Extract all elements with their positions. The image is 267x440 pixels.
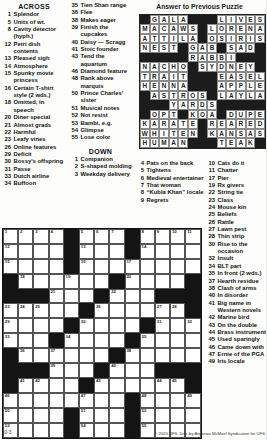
answer-block-r10c12 <box>246 100 256 110</box>
answer-cell-r9c11: Y <box>236 91 246 101</box>
puzzle-cell-r6c7[interactable]: 26 <box>94 303 109 318</box>
clue-text: Pats on the back <box>147 160 206 167</box>
block-cell-r5c2 <box>18 289 33 304</box>
puzzle-cell-r8c8[interactable] <box>109 333 124 348</box>
puzzle-cell-r4c5[interactable]: 19 <box>64 274 79 289</box>
puzzle-cell-r10c9[interactable] <box>125 363 140 378</box>
answer-cell-r12c5: T <box>178 119 188 129</box>
puzzle-cell-r12c10[interactable]: 48 <box>140 393 155 408</box>
puzzle-cell-r4c2[interactable]: 18 <box>18 274 33 289</box>
puzzle-cell-r6c10[interactable] <box>140 303 155 318</box>
answer-cell-r3c3: T <box>159 34 169 44</box>
answer-cell-r1c12: E <box>246 15 256 25</box>
cell-number-30: 30 <box>81 320 86 325</box>
answer-cell-r6c9: D <box>217 62 227 72</box>
puzzle-cell-r7c6[interactable]: 30 <box>79 318 94 333</box>
puzzle-cell-r8c12[interactable] <box>170 333 185 348</box>
answer-cell-r13c13: S <box>255 129 265 139</box>
puzzle-cell-r3c3[interactable] <box>33 259 48 274</box>
block-cell-r10c13 <box>185 363 200 378</box>
puzzle-cell-r5c8[interactable]: 22 <box>109 289 124 304</box>
clue-text: Beliefs <box>218 211 267 218</box>
puzzle-cell-r14c2[interactable] <box>18 423 33 438</box>
answer-block-r4c9 <box>217 43 227 53</box>
puzzle-cell-r1c10[interactable]: 8 <box>140 229 155 244</box>
clue-number: 23 <box>2 136 11 143</box>
puzzle-cell-r9c7[interactable] <box>94 348 109 363</box>
puzzle-cell-r2c8[interactable] <box>109 244 124 259</box>
across-clue-30: 30Bossy's offspring <box>2 158 66 165</box>
answer-block-r9c8 <box>207 91 217 101</box>
puzzle-cell-r8c13[interactable] <box>185 333 200 348</box>
puzzle-cell-r10c10[interactable] <box>140 363 155 378</box>
cell-number-46: 46 <box>5 394 10 399</box>
clue-number: 36 <box>69 9 78 16</box>
block-cell-r12c9 <box>125 393 140 408</box>
clue-number: 43 <box>69 53 78 68</box>
answer-cell-r11c10: D <box>226 110 236 120</box>
answer-cell-r4c7: A <box>198 43 208 53</box>
answer-cell-r2c13: A <box>255 24 265 34</box>
puzzle-cell-r2c2[interactable] <box>18 244 33 259</box>
puzzle-cell-r4c12[interactable] <box>170 274 185 289</box>
puzzle-cell-r5c9[interactable] <box>125 289 140 304</box>
puzzle-cell-r7c8[interactable] <box>109 318 124 333</box>
clue-text: Clash of arms <box>218 285 267 292</box>
puzzle-cell-r6c11[interactable]: 27 <box>155 303 170 318</box>
puzzle-cell-r8c5[interactable]: 34 <box>64 333 79 348</box>
puzzle-cell-r8c6[interactable] <box>79 333 94 348</box>
answer-block-r7c7 <box>198 72 208 82</box>
puzzle-cell-r3c6[interactable]: 16 <box>79 259 94 274</box>
answer-cell-r4c2: E <box>150 43 160 53</box>
answer-cell-r9c3: S <box>159 91 169 101</box>
clue-number: 30 <box>2 158 11 165</box>
puzzle-cell-r11c9[interactable] <box>125 378 140 393</box>
answer-cell-r9c4: T <box>169 91 179 101</box>
answer-cell-r7c11: S <box>236 72 246 82</box>
puzzle-cell-r1c3[interactable]: 3 <box>33 229 48 244</box>
clue-number: 32 <box>206 255 215 262</box>
answer-block-r5c2 <box>150 53 160 63</box>
answer-cell-r6c3: C <box>159 62 169 72</box>
across-clue-list-2: 35Tien Shan range36Flee38Makes eager39Fi… <box>69 2 132 142</box>
block-cell-r11c1 <box>3 378 18 393</box>
puzzle-cell-r4c4[interactable] <box>49 274 64 289</box>
answer-cell-r2c1: M <box>140 24 150 34</box>
answer-cell-r14c1: H <box>140 138 150 148</box>
clue-number: 17 <box>206 175 215 182</box>
puzzle-cell-r3c7[interactable] <box>94 259 109 274</box>
answer-block-r8c7 <box>198 81 208 91</box>
clue-number: 16 <box>2 85 11 100</box>
puzzle-cell-r6c3[interactable]: 25 <box>33 303 48 318</box>
across-clue-21: 21Almost grads <box>2 122 66 129</box>
puzzle-cell-r12c11[interactable] <box>155 393 170 408</box>
clue-text: Brass instrument <box>218 329 267 336</box>
answer-cell-r8c13: E <box>255 81 265 91</box>
puzzle-cell-r1c6[interactable]: 5 <box>79 229 94 244</box>
cell-number-7: 7 <box>111 230 113 235</box>
answer-cell-r4c12: D <box>246 43 256 53</box>
puzzle-cell-r12c7[interactable] <box>94 393 109 408</box>
clue-number: 40 <box>206 292 215 299</box>
puzzle-cell-r12c3[interactable] <box>33 393 48 408</box>
puzzle-cell-r10c4[interactable]: 39 <box>49 363 64 378</box>
puzzle-cell-r13c7[interactable] <box>94 408 109 423</box>
puzzle-cell-r8c3[interactable] <box>33 333 48 348</box>
puzzle-cell-r6c5[interactable] <box>64 303 79 318</box>
answer-cell-r3c11: R <box>236 34 246 44</box>
puzzle-cell-r1c4[interactable]: 4 <box>49 229 64 244</box>
puzzle-cell-r12c13[interactable]: 49 <box>185 393 200 408</box>
cell-number-1: 1 <box>5 230 7 235</box>
answer-block-r11c5 <box>178 110 188 120</box>
puzzle-cell-r8c1[interactable]: 33 <box>3 333 18 348</box>
puzzle-cell-r13c13[interactable] <box>185 408 200 423</box>
answer-cell-r10c4: Y <box>169 100 179 110</box>
clue-number: 50 <box>69 90 78 105</box>
puzzle-cell-r7c3[interactable] <box>33 318 48 333</box>
cell-number-52: 52 <box>142 409 147 414</box>
puzzle-cell-r6c9[interactable] <box>125 303 140 318</box>
puzzle-cell-r4c10[interactable] <box>140 274 155 289</box>
puzzle-cell-r11c10[interactable] <box>140 378 155 393</box>
clue-text: Insult <box>218 255 267 262</box>
puzzle-cell-r2c7[interactable] <box>94 244 109 259</box>
puzzle-cell-r11c12[interactable]: 45 <box>170 378 185 393</box>
puzzle-grid: 1234567891011121314151617181920212223242… <box>2 228 202 439</box>
puzzle-cell-r13c3[interactable] <box>33 408 48 423</box>
puzzle-cell-r10c6[interactable] <box>79 363 94 378</box>
across-clue-38: 38Makes eager <box>69 17 132 24</box>
clue-text: Deficit <box>14 151 67 158</box>
puzzle-cell-r6c12[interactable]: 28 <box>170 303 185 318</box>
down-clue-23: 23Class <box>206 197 266 204</box>
answer-cell-r6c12: Y <box>246 62 256 72</box>
down-clue-46: 46Came down with <box>206 344 266 351</box>
puzzle-cell-r12c6[interactable]: 47 <box>79 393 94 408</box>
puzzle-cell-r8c10[interactable]: 35 <box>140 333 155 348</box>
puzzle-cell-r3c1[interactable]: 15 <box>3 259 18 274</box>
answer-cell-r8c1: H <box>140 81 150 91</box>
cell-number-16: 16 <box>81 260 86 265</box>
puzzle-cell-r9c5[interactable] <box>64 348 79 363</box>
puzzle-cell-r14c6[interactable]: 54 <box>79 423 94 438</box>
cell-number-27: 27 <box>157 305 162 310</box>
puzzle-cell-r9c3[interactable] <box>33 348 48 363</box>
puzzle-cell-r2c3[interactable] <box>33 244 48 259</box>
answer-block-r6c6 <box>188 62 198 72</box>
clue-text: Rx givers <box>218 182 267 189</box>
puzzle-cell-r2c1[interactable]: 12 <box>3 244 18 259</box>
puzzle-cell-r6c2[interactable]: 24 <box>18 303 33 318</box>
down-clue-42: 42Marine bird <box>206 314 266 321</box>
clue-text: Dutch airline <box>14 173 67 180</box>
puzzle-cell-r13c12[interactable] <box>170 408 185 423</box>
puzzle-cell-r1c13[interactable]: 11 <box>185 229 200 244</box>
puzzle-cell-r6c1[interactable]: 23 <box>3 303 18 318</box>
answer-cell-r1c5: A <box>178 15 188 25</box>
cell-number-23: 23 <box>5 305 10 310</box>
cell-number-19: 19 <box>66 275 71 280</box>
cell-number-3: 3 <box>35 230 37 235</box>
puzzle-cell-r12c12[interactable] <box>170 393 185 408</box>
clue-number: 46 <box>206 344 215 351</box>
across-clue-26: 26Online features <box>2 144 66 151</box>
puzzle-cell-r14c3[interactable] <box>33 423 48 438</box>
puzzle-cell-r8c2[interactable] <box>18 333 33 348</box>
across-clue-list-1: 1Splendor5Units of wt.8Cavity detector (… <box>2 11 66 187</box>
answer-cell-r12c10: A <box>226 119 236 129</box>
puzzle-cell-r7c13[interactable]: 32 <box>185 318 200 333</box>
puzzle-cell-r13c11[interactable] <box>155 408 170 423</box>
puzzle-cell-r7c9[interactable] <box>125 318 140 333</box>
puzzle-cell-r7c7[interactable] <box>94 318 109 333</box>
crossword-page: ACROSS 1Splendor5Units of wt.8Cavity det… <box>0 0 266 440</box>
clue-number: 41 <box>206 300 215 315</box>
down-clue-9: 9Regrets <box>135 197 205 204</box>
answer-cell-r9c2: A <box>150 91 160 101</box>
copyright-line: © 2020 UFS, Dist. by Andrews McMeel Synd… <box>95 431 265 436</box>
clue-text: BLT part <box>218 263 267 270</box>
puzzle-cell-r1c8[interactable]: 7 <box>109 229 124 244</box>
cell-number-18: 18 <box>20 275 25 280</box>
puzzle-cell-r7c4[interactable] <box>49 318 64 333</box>
cell-number-42: 42 <box>35 379 40 384</box>
puzzle-cell-r4c6[interactable] <box>79 274 94 289</box>
puzzle-cell-r1c12[interactable]: 10 <box>170 229 185 244</box>
puzzle-cell-r2c11[interactable] <box>155 244 170 259</box>
puzzle-cell-r1c7[interactable]: 6 <box>94 229 109 244</box>
puzzle-cell-r9c6[interactable] <box>79 348 94 363</box>
block-cell-r2c5 <box>64 244 79 259</box>
answer-cell-r10c6: R <box>188 100 198 110</box>
answer-cell-r2c12: N <box>246 24 256 34</box>
answer-block-r10c11 <box>236 100 246 110</box>
puzzle-cell-r9c9[interactable]: 38 <box>125 348 140 363</box>
answer-cell-r4c10: S <box>226 43 236 53</box>
puzzle-cell-r11c5[interactable] <box>64 378 79 393</box>
cell-number-28: 28 <box>172 305 177 310</box>
clue-text: In disorder <box>218 292 267 299</box>
puzzle-cell-r13c4[interactable] <box>49 408 64 423</box>
answer-cell-r11c2: O <box>150 110 160 120</box>
answer-cell-r2c5: W <box>178 24 188 34</box>
answer-cell-r7c9: E <box>217 72 227 82</box>
answer-block-r1c1 <box>140 15 150 25</box>
puzzle-cell-r3c11[interactable] <box>155 259 170 274</box>
puzzle-cell-r13c8[interactable] <box>109 408 124 423</box>
answer-cell-r6c1: N <box>140 62 150 72</box>
puzzle-cell-r3c2[interactable] <box>18 259 33 274</box>
puzzle-cell-r3c13[interactable] <box>185 259 200 274</box>
answer-cell-r3c9: S <box>217 34 227 44</box>
puzzle-cell-r10c5[interactable] <box>64 363 79 378</box>
puzzle-cell-r3c12[interactable] <box>170 259 185 274</box>
block-cell-r11c13 <box>185 378 200 393</box>
puzzle-cell-r2c4[interactable] <box>49 244 64 259</box>
answer-block-r5c11 <box>236 53 246 63</box>
answer-cell-r3c4: I <box>169 34 179 44</box>
clue-text: In front (2 wds.) <box>218 270 267 277</box>
down-clue-43: 43On the double <box>206 322 266 329</box>
puzzle-cell-r11c2[interactable]: 41 <box>18 378 33 393</box>
puzzle-cell-r1c11[interactable]: 9 <box>155 229 170 244</box>
cell-number-29: 29 <box>5 320 10 325</box>
puzzle-cell-r2c12[interactable] <box>170 244 185 259</box>
puzzle-cell-r9c2[interactable]: 36 <box>18 348 33 363</box>
across-clue-36: 36Flee <box>69 9 132 16</box>
answer-cell-r1c4: L <box>169 15 179 25</box>
clue-text: Hearth residue <box>218 278 267 285</box>
puzzle-cell-r5c10[interactable] <box>140 289 155 304</box>
puzzle-cell-r5c6[interactable] <box>79 289 94 304</box>
cell-number-43: 43 <box>96 379 101 384</box>
puzzle-cell-r13c2[interactable] <box>18 408 33 423</box>
clue-number: 9 <box>135 197 144 204</box>
block-cell-r7c10 <box>140 318 155 333</box>
clue-number: 52 <box>69 112 78 119</box>
puzzle-cell-r7c2[interactable] <box>18 318 33 333</box>
answer-cell-r1c3: A <box>159 15 169 25</box>
puzzle-cell-r5c4[interactable]: 21 <box>49 289 64 304</box>
across-clue-13: 13Pleased sigh <box>2 55 66 62</box>
answer-block-r4c5 <box>178 43 188 53</box>
puzzle-cell-r9c10[interactable] <box>140 348 155 363</box>
puzzle-cell-r11c11[interactable]: 44 <box>155 378 170 393</box>
answer-cell-r1c10: I <box>226 15 236 25</box>
answer-cell-r5c9: B <box>217 53 227 63</box>
clue-text: Musical notes <box>81 105 133 112</box>
clue-number: 39 <box>69 24 78 39</box>
block-cell-r11c6 <box>79 378 94 393</box>
cell-number-17: 17 <box>126 260 131 265</box>
answer-cell-r13c10: N <box>226 129 236 139</box>
clue-text: Almost grads <box>14 122 67 129</box>
answer-cell-r3c8: O <box>207 34 217 44</box>
clue-text: Cats do it <box>218 160 267 167</box>
puzzle-cell-r11c4[interactable] <box>49 378 64 393</box>
clue-text: Makes eager <box>81 17 133 24</box>
puzzle-cell-r7c1[interactable]: 29 <box>3 318 18 333</box>
cell-number-39: 39 <box>50 364 55 369</box>
puzzle-cell-r11c7[interactable]: 43 <box>94 378 109 393</box>
puzzle-cell-r9c12[interactable] <box>170 348 185 363</box>
answer-cell-r2c8: L <box>207 24 217 34</box>
answer-cell-r13c4: T <box>169 129 179 139</box>
block-cell-r13c5 <box>64 408 79 423</box>
clue-number: 55 <box>69 134 78 141</box>
answer-cell-r14c2: U <box>150 138 160 148</box>
across-clue-40: 40Daisy — Scragg <box>69 39 132 46</box>
puzzle-cell-r10c8[interactable]: 40 <box>109 363 124 378</box>
puzzle-cell-r4c7[interactable] <box>94 274 109 289</box>
across-clue-51: 51Musical notes <box>69 105 132 112</box>
puzzle-cell-r11c8[interactable] <box>109 378 124 393</box>
answer-block-r5c3 <box>159 53 169 63</box>
clue-text: Companion <box>81 156 133 163</box>
down-clue-28: 28Thin strip <box>206 233 266 240</box>
puzzle-cell-r12c1[interactable]: 46 <box>3 393 18 408</box>
across-clue-16: 16Certain T-shirt style (2 wds.) <box>2 85 66 100</box>
puzzle-cell-r6c8[interactable] <box>109 303 124 318</box>
puzzle-cell-r3c8[interactable] <box>109 259 124 274</box>
clue-number: 11 <box>206 167 215 174</box>
puzzle-cell-r12c5[interactable] <box>64 393 79 408</box>
puzzle-cell-r9c4[interactable]: 37 <box>49 348 64 363</box>
answer-cell-r14c9: T <box>217 138 227 148</box>
answer-block-r10c1 <box>140 100 150 110</box>
puzzle-cell-r2c13[interactable] <box>185 244 200 259</box>
puzzle-cell-r7c11[interactable]: 31 <box>155 318 170 333</box>
clue-number: 26 <box>206 219 215 226</box>
puzzle-cell-r12c4[interactable] <box>49 393 64 408</box>
puzzle-cell-r11c3[interactable]: 42 <box>33 378 48 393</box>
down-clue-5: 5Tightens <box>135 167 205 174</box>
puzzle-cell-r4c9[interactable]: 20 <box>125 274 140 289</box>
clue-text: Splendor <box>14 11 67 18</box>
puzzle-cell-r8c11[interactable] <box>155 333 170 348</box>
clue-number: 1 <box>69 156 78 163</box>
puzzle-cell-r5c5[interactable] <box>64 289 79 304</box>
clue-text: Petri dish contents <box>14 41 67 56</box>
down-clue-list-3: 10Cats do it11Chatter17Pier19Rx givers22… <box>206 160 266 366</box>
answer-block-r14c8 <box>207 138 217 148</box>
puzzle-cell-r12c2[interactable] <box>18 393 33 408</box>
down-clue-22: 22String tie <box>206 189 266 196</box>
puzzle-cell-r14c4[interactable] <box>49 423 64 438</box>
answer-block-r5c12 <box>246 53 256 63</box>
puzzle-cell-r2c10[interactable]: 14 <box>140 244 155 259</box>
clue-text: Harmful <box>14 129 67 136</box>
puzzle-cell-r3c4[interactable] <box>49 259 64 274</box>
block-cell-r9c8 <box>109 348 124 363</box>
puzzle-cell-r9c11[interactable] <box>155 348 170 363</box>
puzzle-cell-r7c12[interactable] <box>170 318 185 333</box>
clue-text: Not resist <box>81 112 133 119</box>
puzzle-cell-r3c9[interactable]: 17 <box>125 259 140 274</box>
cell-number-4: 4 <box>50 230 52 235</box>
puzzle-cell-r13c10[interactable]: 52 <box>140 408 155 423</box>
puzzle-cell-r12c8[interactable] <box>109 393 124 408</box>
puzzle-cell-r4c11[interactable] <box>155 274 170 289</box>
puzzle-cell-r6c4[interactable] <box>49 303 64 318</box>
clue-number: 27 <box>206 226 215 233</box>
answer-cell-r3c1: A <box>140 34 150 44</box>
puzzle-cell-r1c1[interactable]: 1 <box>3 229 18 244</box>
puzzle-cell-r1c2[interactable]: 2 <box>18 229 33 244</box>
puzzle-cell-r13c1[interactable]: 50 <box>3 408 18 423</box>
cell-number-25: 25 <box>35 305 40 310</box>
clue-number: 30 <box>206 241 215 256</box>
across-clue-31: 31Passe <box>2 166 66 173</box>
clue-number: 14 <box>2 63 11 70</box>
cell-number-41: 41 <box>20 379 25 384</box>
cell-number-10: 10 <box>172 230 177 235</box>
cell-number-47: 47 <box>81 394 86 399</box>
puzzle-cell-r2c6[interactable]: 13 <box>79 244 94 259</box>
clue-text: Rattle <box>218 219 267 226</box>
answer-cell-r13c12: A <box>246 129 256 139</box>
puzzle-cell-r9c13[interactable] <box>185 348 200 363</box>
cell-number-9: 9 <box>157 230 159 235</box>
answer-cell-r1c13: S <box>255 15 265 25</box>
puzzle-cell-r13c6[interactable]: 51 <box>79 408 94 423</box>
puzzle-cell-r3c10[interactable] <box>140 259 155 274</box>
puzzle-cell-r8c7[interactable] <box>94 333 109 348</box>
puzzle-cell-r4c3[interactable] <box>33 274 48 289</box>
